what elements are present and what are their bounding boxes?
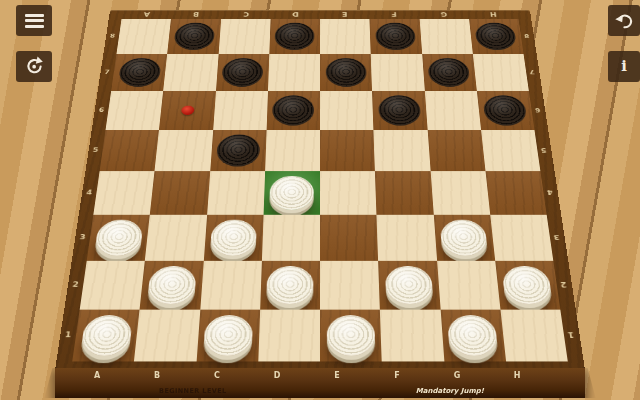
file-label-top-g: G bbox=[440, 11, 447, 17]
square-c8[interactable] bbox=[218, 19, 270, 54]
square-c2[interactable] bbox=[200, 261, 262, 310]
square-h5[interactable] bbox=[481, 130, 541, 171]
white-checker-g3[interactable] bbox=[440, 220, 489, 256]
rank-label-left-7: 7 bbox=[102, 69, 113, 75]
file-label-front-c: C bbox=[187, 371, 247, 380]
square-a8[interactable] bbox=[116, 19, 171, 54]
file-label-front-h: H bbox=[487, 371, 547, 380]
black-checker-h6[interactable] bbox=[483, 95, 529, 125]
square-f5[interactable] bbox=[374, 130, 431, 171]
square-g5[interactable] bbox=[427, 130, 485, 171]
file-label-top-e: E bbox=[342, 11, 348, 17]
file-label-front-g: G bbox=[427, 371, 487, 380]
file-labels: ABCDEFGH bbox=[55, 371, 585, 380]
file-label-front-d: D bbox=[247, 371, 307, 380]
black-checker-d8[interactable] bbox=[275, 23, 315, 50]
square-e3[interactable] bbox=[320, 215, 378, 261]
white-checker-a1[interactable] bbox=[80, 315, 133, 355]
white-checker-a3[interactable] bbox=[94, 220, 144, 256]
undo-arrow-icon bbox=[614, 11, 634, 31]
square-g4[interactable] bbox=[430, 171, 490, 215]
square-f2[interactable] bbox=[378, 261, 440, 310]
white-checker-f2[interactable] bbox=[385, 266, 434, 304]
rank-label-left-1: 1 bbox=[62, 330, 75, 338]
square-b8[interactable] bbox=[167, 19, 220, 54]
rotate-board-button[interactable] bbox=[16, 51, 52, 82]
file-label-top-h: H bbox=[489, 11, 496, 17]
file-label-top-d: D bbox=[292, 11, 299, 17]
square-h4[interactable] bbox=[485, 171, 546, 215]
square-d2[interactable] bbox=[260, 261, 320, 310]
square-g2[interactable] bbox=[437, 261, 501, 310]
board-grid bbox=[72, 19, 568, 362]
square-a6[interactable] bbox=[106, 91, 164, 130]
square-e5[interactable] bbox=[320, 130, 375, 171]
square-a1[interactable] bbox=[72, 310, 140, 362]
square-d7[interactable] bbox=[268, 54, 320, 91]
rank-label-left-6: 6 bbox=[96, 107, 107, 113]
file-label-top-a: A bbox=[143, 11, 150, 17]
level-label: BEGINNER LEVEL bbox=[159, 387, 227, 395]
rank-label-right-6: 6 bbox=[532, 107, 543, 113]
square-d1[interactable] bbox=[258, 310, 320, 362]
file-label-front-e: E bbox=[307, 371, 367, 380]
black-checker-h8[interactable] bbox=[474, 23, 517, 50]
square-c4[interactable] bbox=[207, 171, 265, 215]
white-checker-c1[interactable] bbox=[203, 315, 253, 355]
square-e7[interactable] bbox=[320, 54, 372, 91]
square-c3[interactable] bbox=[203, 215, 263, 261]
square-a4[interactable] bbox=[93, 171, 154, 215]
menu-button[interactable] bbox=[16, 5, 52, 36]
square-c1[interactable] bbox=[196, 310, 260, 362]
rank-label-right-5: 5 bbox=[538, 146, 549, 153]
square-h8[interactable] bbox=[469, 19, 524, 54]
file-label-front-b: B bbox=[127, 371, 187, 380]
square-f7[interactable] bbox=[371, 54, 425, 91]
square-h3[interactable] bbox=[490, 215, 553, 261]
square-f8[interactable] bbox=[370, 19, 422, 54]
square-e6[interactable] bbox=[320, 91, 374, 130]
square-d8[interactable] bbox=[269, 19, 320, 54]
square-b6[interactable] bbox=[159, 91, 215, 130]
file-label-front-a: A bbox=[67, 371, 127, 380]
square-a5[interactable] bbox=[100, 130, 160, 171]
black-checker-f6[interactable] bbox=[378, 95, 421, 125]
rank-label-left-4: 4 bbox=[84, 189, 96, 196]
square-h6[interactable] bbox=[477, 91, 535, 130]
white-checker-d4[interactable] bbox=[269, 176, 314, 210]
square-d4[interactable] bbox=[263, 171, 320, 215]
file-label-front-f: F bbox=[367, 371, 427, 380]
square-c5[interactable] bbox=[210, 130, 267, 171]
square-g1[interactable] bbox=[440, 310, 506, 362]
black-checker-b8[interactable] bbox=[173, 23, 215, 50]
black-checker-a7[interactable] bbox=[117, 58, 161, 87]
black-checker-d6[interactable] bbox=[272, 95, 314, 125]
square-b5[interactable] bbox=[155, 130, 213, 171]
rank-label-right-1: 1 bbox=[564, 330, 577, 338]
black-checker-c5[interactable] bbox=[216, 134, 261, 166]
status-message: Mandatory Jump! bbox=[416, 387, 484, 395]
undo-button[interactable] bbox=[608, 5, 640, 36]
rank-label-left-2: 2 bbox=[69, 280, 82, 288]
square-e2[interactable] bbox=[320, 261, 380, 310]
square-g6[interactable] bbox=[424, 91, 480, 130]
square-e8[interactable] bbox=[320, 19, 371, 54]
rank-label-left-8: 8 bbox=[107, 33, 118, 39]
info-icon: i bbox=[621, 59, 627, 74]
square-b3[interactable] bbox=[145, 215, 207, 261]
square-a3[interactable] bbox=[87, 215, 150, 261]
white-checker-e1[interactable] bbox=[326, 315, 375, 355]
square-b2[interactable] bbox=[140, 261, 204, 310]
rank-label-right-2: 2 bbox=[557, 280, 570, 288]
square-d3[interactable] bbox=[262, 215, 320, 261]
square-h1[interactable] bbox=[500, 310, 568, 362]
black-checker-f8[interactable] bbox=[375, 23, 416, 50]
rank-label-right-3: 3 bbox=[550, 233, 562, 240]
square-f6[interactable] bbox=[372, 91, 427, 130]
hamburger-icon bbox=[25, 14, 44, 28]
square-g7[interactable] bbox=[422, 54, 477, 91]
checkers-board-3d: 1122334455667788ABCDEFGH bbox=[55, 10, 585, 370]
square-g8[interactable] bbox=[419, 19, 472, 54]
square-b4[interactable] bbox=[150, 171, 210, 215]
white-checker-c3[interactable] bbox=[210, 220, 257, 256]
rank-label-left-3: 3 bbox=[77, 233, 89, 240]
square-g3[interactable] bbox=[433, 215, 495, 261]
info-button[interactable]: i bbox=[608, 51, 640, 82]
square-a2[interactable] bbox=[80, 261, 145, 310]
hint-dot bbox=[181, 106, 195, 115]
rotate-icon bbox=[24, 56, 45, 77]
square-b7[interactable] bbox=[163, 54, 218, 91]
white-checker-b2[interactable] bbox=[147, 266, 197, 304]
white-checker-d2[interactable] bbox=[266, 266, 313, 304]
square-d6[interactable] bbox=[266, 91, 320, 130]
square-e1[interactable] bbox=[320, 310, 382, 362]
rank-label-left-5: 5 bbox=[90, 146, 101, 153]
square-f1[interactable] bbox=[380, 310, 444, 362]
rank-label-right-7: 7 bbox=[526, 69, 537, 75]
square-e4[interactable] bbox=[320, 171, 377, 215]
square-a7[interactable] bbox=[111, 54, 167, 91]
file-label-top-c: C bbox=[243, 11, 249, 17]
board-front-edge: ABCDEFGH BEGINNER LEVEL Mandatory Jump! bbox=[55, 368, 585, 398]
rank-label-right-8: 8 bbox=[521, 33, 532, 39]
black-checker-e7[interactable] bbox=[325, 58, 366, 87]
square-f3[interactable] bbox=[377, 215, 437, 261]
file-label-top-f: F bbox=[391, 11, 397, 17]
black-checker-c7[interactable] bbox=[221, 58, 263, 87]
square-f4[interactable] bbox=[375, 171, 433, 215]
square-h2[interactable] bbox=[495, 261, 560, 310]
square-c6[interactable] bbox=[213, 91, 268, 130]
white-checker-h2[interactable] bbox=[502, 266, 554, 304]
white-checker-g1[interactable] bbox=[447, 315, 499, 355]
square-b1[interactable] bbox=[134, 310, 200, 362]
file-label-top-b: B bbox=[193, 11, 200, 17]
square-d5[interactable] bbox=[265, 130, 320, 171]
square-c7[interactable] bbox=[216, 54, 270, 91]
rank-label-right-4: 4 bbox=[544, 189, 556, 196]
black-checker-g7[interactable] bbox=[427, 58, 470, 87]
square-h7[interactable] bbox=[473, 54, 529, 91]
